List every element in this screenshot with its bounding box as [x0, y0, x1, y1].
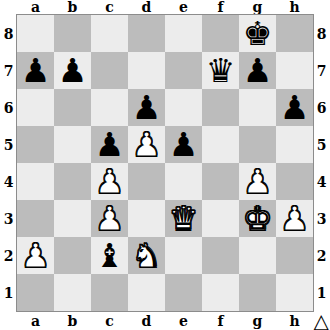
square-b3[interactable]: [54, 200, 91, 237]
square-c7[interactable]: [91, 52, 128, 89]
black-pawn-g7[interactable]: ♟: [243, 54, 273, 87]
chess-diagram: abcdefgh 87654321 ♚♟♟♛♟♟♟♟♟♟♟♟♟♛♚♟♟♝♞ 87…: [0, 0, 330, 330]
square-f7[interactable]: ♛: [202, 52, 239, 89]
file-label-f: f: [202, 0, 239, 15]
white-to-move-indicator: △: [314, 311, 329, 330]
white-pawn-g4[interactable]: ♟: [243, 165, 273, 198]
square-e2[interactable]: [165, 237, 202, 274]
square-d7[interactable]: [128, 52, 165, 89]
square-d1[interactable]: [128, 274, 165, 311]
file-label-h: h: [276, 0, 313, 15]
file-label-a: a: [17, 312, 54, 330]
rank-label-3: 3: [0, 200, 17, 237]
black-pawn-c5[interactable]: ♟: [95, 128, 125, 161]
white-king-g3[interactable]: ♚: [243, 202, 273, 235]
white-knight-d2[interactable]: ♞: [132, 239, 162, 272]
white-pawn-h3[interactable]: ♟: [280, 202, 310, 235]
square-f1[interactable]: [202, 274, 239, 311]
file-label-h: h: [276, 312, 313, 330]
file-label-g: g: [239, 312, 276, 330]
file-labels-bottom: abcdefgh: [17, 311, 313, 330]
white-queen-e3[interactable]: ♛: [169, 202, 199, 235]
square-h6[interactable]: ♟: [276, 89, 313, 126]
file-label-f: f: [202, 312, 239, 330]
white-pawn-c3[interactable]: ♟: [95, 202, 125, 235]
black-pawn-e5[interactable]: ♟: [169, 128, 199, 161]
file-label-b: b: [54, 0, 91, 15]
rank-label-2: 2: [0, 237, 17, 274]
rank-label-7: 7: [0, 52, 17, 89]
corner-top-left: [0, 0, 17, 15]
black-queen-f7[interactable]: ♛: [206, 54, 236, 87]
square-e7[interactable]: [165, 52, 202, 89]
square-e8[interactable]: [165, 15, 202, 52]
rank-labels-right: 87654321: [313, 15, 330, 311]
square-a1[interactable]: [17, 274, 54, 311]
square-d3[interactable]: [128, 200, 165, 237]
rank-label-7: 7: [313, 52, 330, 89]
black-bishop-c2[interactable]: ♝: [95, 239, 125, 272]
file-label-b: b: [54, 312, 91, 330]
black-king-g8[interactable]: ♚: [243, 17, 273, 50]
black-pawn-d6[interactable]: ♟: [132, 91, 162, 124]
file-label-d: d: [128, 0, 165, 15]
square-a5[interactable]: [17, 126, 54, 163]
square-h2[interactable]: [276, 237, 313, 274]
square-a7[interactable]: ♟: [17, 52, 54, 89]
black-pawn-a7[interactable]: ♟: [21, 54, 51, 87]
rank-label-1: 1: [313, 274, 330, 311]
square-c6[interactable]: [91, 89, 128, 126]
square-d5[interactable]: ♟: [128, 126, 165, 163]
black-pawn-b7[interactable]: ♟: [58, 54, 88, 87]
square-g6[interactable]: [239, 89, 276, 126]
square-b5[interactable]: [54, 126, 91, 163]
square-a8[interactable]: [17, 15, 54, 52]
white-pawn-c4[interactable]: ♟: [95, 165, 125, 198]
square-h1[interactable]: [276, 274, 313, 311]
rank-label-8: 8: [313, 15, 330, 52]
square-b2[interactable]: [54, 237, 91, 274]
square-g4[interactable]: ♟: [239, 163, 276, 200]
square-a4[interactable]: [17, 163, 54, 200]
square-a6[interactable]: [17, 89, 54, 126]
square-h8[interactable]: [276, 15, 313, 52]
square-c8[interactable]: [91, 15, 128, 52]
square-c5[interactable]: ♟: [91, 126, 128, 163]
white-pawn-d5[interactable]: ♟: [132, 128, 162, 161]
square-h3[interactable]: ♟: [276, 200, 313, 237]
rank-label-6: 6: [313, 89, 330, 126]
square-b1[interactable]: [54, 274, 91, 311]
square-f8[interactable]: [202, 15, 239, 52]
square-f3[interactable]: [202, 200, 239, 237]
square-g3[interactable]: ♚: [239, 200, 276, 237]
file-label-c: c: [91, 0, 128, 15]
corner-bottom-left: [0, 311, 17, 330]
square-g5[interactable]: [239, 126, 276, 163]
square-e4[interactable]: [165, 163, 202, 200]
square-d2[interactable]: ♞: [128, 237, 165, 274]
rank-label-2: 2: [313, 237, 330, 274]
square-b6[interactable]: [54, 89, 91, 126]
board: ♚♟♟♛♟♟♟♟♟♟♟♟♟♛♚♟♟♝♞: [17, 15, 313, 311]
file-label-g: g: [239, 0, 276, 15]
square-f6[interactable]: [202, 89, 239, 126]
rank-labels-left: 87654321: [0, 15, 17, 311]
square-f2[interactable]: [202, 237, 239, 274]
square-h7[interactable]: [276, 52, 313, 89]
file-labels-top: abcdefgh: [17, 0, 313, 15]
square-b7[interactable]: ♟: [54, 52, 91, 89]
square-c4[interactable]: ♟: [91, 163, 128, 200]
square-c2[interactable]: ♝: [91, 237, 128, 274]
corner-top-right: [313, 0, 330, 15]
file-label-e: e: [165, 312, 202, 330]
rank-label-1: 1: [0, 274, 17, 311]
square-g2[interactable]: [239, 237, 276, 274]
square-e6[interactable]: [165, 89, 202, 126]
rank-label-3: 3: [313, 200, 330, 237]
square-d6[interactable]: ♟: [128, 89, 165, 126]
square-h4[interactable]: [276, 163, 313, 200]
square-f4[interactable]: [202, 163, 239, 200]
square-e5[interactable]: ♟: [165, 126, 202, 163]
white-pawn-a2[interactable]: ♟: [21, 239, 51, 272]
file-label-c: c: [91, 312, 128, 330]
rank-label-8: 8: [0, 15, 17, 52]
rank-label-6: 6: [0, 89, 17, 126]
rank-label-4: 4: [0, 163, 17, 200]
square-d8[interactable]: [128, 15, 165, 52]
file-label-d: d: [128, 312, 165, 330]
file-label-e: e: [165, 0, 202, 15]
square-c1[interactable]: [91, 274, 128, 311]
square-f5[interactable]: [202, 126, 239, 163]
square-a3[interactable]: [17, 200, 54, 237]
square-g7[interactable]: ♟: [239, 52, 276, 89]
corner-bottom-right: △: [313, 311, 330, 330]
square-d4[interactable]: [128, 163, 165, 200]
square-g1[interactable]: [239, 274, 276, 311]
square-b4[interactable]: [54, 163, 91, 200]
square-g8[interactable]: ♚: [239, 15, 276, 52]
square-a2[interactable]: ♟: [17, 237, 54, 274]
rank-label-5: 5: [0, 126, 17, 163]
square-h5[interactable]: [276, 126, 313, 163]
square-e3[interactable]: ♛: [165, 200, 202, 237]
rank-label-4: 4: [313, 163, 330, 200]
square-e1[interactable]: [165, 274, 202, 311]
black-pawn-h6[interactable]: ♟: [280, 91, 310, 124]
square-b8[interactable]: [54, 15, 91, 52]
rank-label-5: 5: [313, 126, 330, 163]
file-label-a: a: [17, 0, 54, 15]
square-c3[interactable]: ♟: [91, 200, 128, 237]
